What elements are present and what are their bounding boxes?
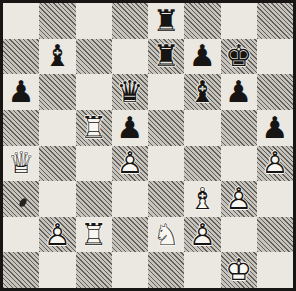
piece-glyph-layer: ♟ [189, 41, 216, 71]
piece-white-king[interactable]: ♚♔ [221, 252, 257, 288]
square-g7[interactable]: ♚ [221, 39, 257, 75]
square-f1[interactable] [184, 252, 220, 288]
square-a3[interactable] [3, 181, 39, 217]
piece-outline-layer: ♙ [44, 220, 71, 250]
square-h5[interactable]: ♟ [257, 110, 293, 146]
square-c8[interactable] [76, 3, 112, 39]
piece-white-pawn[interactable]: ♟♙ [184, 217, 220, 253]
square-c7[interactable] [76, 39, 112, 75]
piece-white-pawn[interactable]: ♟♙ [112, 146, 148, 182]
piece-black-king[interactable]: ♚ [221, 39, 257, 75]
piece-glyph-layer: ♚ [225, 41, 252, 71]
piece-black-rook[interactable]: ♜ [148, 3, 184, 39]
square-b7[interactable]: ♝ [39, 39, 75, 75]
square-h2[interactable] [257, 217, 293, 253]
piece-white-pawn[interactable]: ♟♙ [39, 217, 75, 253]
square-e2[interactable]: ♞♘ [148, 217, 184, 253]
square-h1[interactable] [257, 252, 293, 288]
piece-outline-layer: ♘ [153, 220, 180, 250]
square-d6[interactable]: ♛ [112, 74, 148, 110]
square-f4[interactable] [184, 146, 220, 182]
square-c2[interactable]: ♜♖ [76, 217, 112, 253]
chess-board: ♜♝♜♟♚♟♛♝♟♜♖♟♟♛♕♟♙♟♙♝♗♟♙♟♙♜♖♞♘♟♙♚♔ [3, 3, 293, 288]
square-h3[interactable] [257, 181, 293, 217]
square-e5[interactable] [148, 110, 184, 146]
piece-white-bishop[interactable]: ♝♗ [184, 181, 220, 217]
square-f6[interactable]: ♝ [184, 74, 220, 110]
square-c6[interactable] [76, 74, 112, 110]
piece-black-queen[interactable]: ♛ [112, 74, 148, 110]
piece-black-pawn[interactable]: ♟ [112, 110, 148, 146]
square-h8[interactable] [257, 3, 293, 39]
piece-glyph-layer: ♜ [153, 41, 180, 71]
piece-outline-layer: ♙ [225, 184, 252, 214]
piece-outline-layer: ♙ [261, 148, 288, 178]
square-f2[interactable]: ♟♙ [184, 217, 220, 253]
square-e7[interactable]: ♜ [148, 39, 184, 75]
square-b4[interactable] [39, 146, 75, 182]
piece-white-pawn[interactable]: ♟♙ [221, 181, 257, 217]
square-b3[interactable] [39, 181, 75, 217]
piece-outline-layer: ♙ [189, 220, 216, 250]
square-c1[interactable] [76, 252, 112, 288]
square-a7[interactable] [3, 39, 39, 75]
square-b5[interactable] [39, 110, 75, 146]
square-g6[interactable]: ♟ [221, 74, 257, 110]
square-a1[interactable] [3, 252, 39, 288]
square-a2[interactable] [3, 217, 39, 253]
square-b6[interactable] [39, 74, 75, 110]
square-d7[interactable] [112, 39, 148, 75]
square-e8[interactable]: ♜ [148, 3, 184, 39]
piece-black-pawn[interactable]: ♟ [3, 74, 39, 110]
piece-black-pawn[interactable]: ♟ [257, 110, 293, 146]
square-f3[interactable]: ♝♗ [184, 181, 220, 217]
square-a4[interactable]: ♛♕ [3, 146, 39, 182]
ink-speck [18, 197, 27, 208]
piece-glyph-layer: ♟ [8, 77, 35, 107]
piece-glyph-layer: ♟ [116, 113, 143, 143]
piece-outline-layer: ♖ [80, 220, 107, 250]
square-d3[interactable] [112, 181, 148, 217]
square-c4[interactable] [76, 146, 112, 182]
piece-outline-layer: ♖ [80, 113, 107, 143]
square-e4[interactable] [148, 146, 184, 182]
square-g2[interactable] [221, 217, 257, 253]
square-b1[interactable] [39, 252, 75, 288]
piece-outline-layer: ♔ [225, 255, 252, 285]
piece-white-pawn[interactable]: ♟♙ [257, 146, 293, 182]
piece-black-bishop[interactable]: ♝ [39, 39, 75, 75]
piece-white-queen[interactable]: ♛♕ [3, 146, 39, 182]
piece-black-rook[interactable]: ♜ [148, 39, 184, 75]
piece-white-rook[interactable]: ♜♖ [76, 217, 112, 253]
piece-black-pawn[interactable]: ♟ [184, 39, 220, 75]
square-d4[interactable]: ♟♙ [112, 146, 148, 182]
square-d5[interactable]: ♟ [112, 110, 148, 146]
square-e6[interactable] [148, 74, 184, 110]
square-h4[interactable]: ♟♙ [257, 146, 293, 182]
square-g5[interactable] [221, 110, 257, 146]
square-c3[interactable] [76, 181, 112, 217]
square-h7[interactable] [257, 39, 293, 75]
square-a5[interactable] [3, 110, 39, 146]
piece-glyph-layer: ♝ [189, 77, 216, 107]
square-b2[interactable]: ♟♙ [39, 217, 75, 253]
piece-outline-layer: ♙ [116, 148, 143, 178]
square-g8[interactable] [221, 3, 257, 39]
piece-glyph-layer: ♝ [44, 41, 71, 71]
square-e1[interactable] [148, 252, 184, 288]
piece-glyph-layer: ♟ [261, 113, 288, 143]
board-frame: ♜♝♜♟♚♟♛♝♟♜♖♟♟♛♕♟♙♟♙♝♗♟♙♟♙♜♖♞♘♟♙♚♔ [0, 0, 296, 291]
piece-black-pawn[interactable]: ♟ [221, 74, 257, 110]
square-a8[interactable] [3, 3, 39, 39]
square-f5[interactable] [184, 110, 220, 146]
piece-outline-layer: ♗ [189, 184, 216, 214]
square-e3[interactable] [148, 181, 184, 217]
piece-black-bishop[interactable]: ♝ [184, 74, 220, 110]
square-a6[interactable]: ♟ [3, 74, 39, 110]
piece-outline-layer: ♕ [8, 148, 35, 178]
piece-glyph-layer: ♛ [116, 77, 143, 107]
square-d1[interactable] [112, 252, 148, 288]
square-c5[interactable]: ♜♖ [76, 110, 112, 146]
square-g1[interactable]: ♚♔ [221, 252, 257, 288]
square-d8[interactable] [112, 3, 148, 39]
square-b8[interactable] [39, 3, 75, 39]
piece-white-knight[interactable]: ♞♘ [148, 217, 184, 253]
square-g4[interactable] [221, 146, 257, 182]
square-f7[interactable]: ♟ [184, 39, 220, 75]
piece-glyph-layer: ♟ [225, 77, 252, 107]
piece-glyph-layer: ♜ [153, 6, 180, 36]
square-f8[interactable] [184, 3, 220, 39]
square-g3[interactable]: ♟♙ [221, 181, 257, 217]
piece-white-rook[interactable]: ♜♖ [76, 110, 112, 146]
square-d2[interactable] [112, 217, 148, 253]
square-h6[interactable] [257, 74, 293, 110]
